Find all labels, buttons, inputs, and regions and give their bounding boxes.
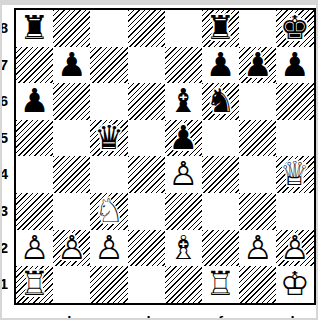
- square-g7[interactable]: ♟︎♟︎: [239, 47, 276, 84]
- square-b2[interactable]: ♟︎♙︎: [53, 230, 90, 267]
- square-g6[interactable]: [239, 83, 276, 120]
- white-rook[interactable]: ♖︎: [16, 266, 53, 303]
- square-h2[interactable]: ♟︎♙︎: [276, 230, 313, 267]
- square-g4[interactable]: [239, 156, 276, 193]
- black-king[interactable]: ♚︎: [276, 10, 313, 47]
- square-d7[interactable]: [128, 47, 165, 84]
- square-d4[interactable]: [128, 156, 165, 193]
- rank-label-1: 1: [0, 266, 10, 303]
- square-c4[interactable]: [90, 156, 127, 193]
- square-c1[interactable]: [90, 266, 127, 303]
- square-b7[interactable]: ♟︎♟︎: [53, 47, 90, 84]
- square-f1[interactable]: ♜︎♖︎: [202, 266, 239, 303]
- square-b4[interactable]: [53, 156, 90, 193]
- white-rook[interactable]: ♖︎: [202, 266, 239, 303]
- square-h8[interactable]: ♚︎♚︎: [276, 10, 313, 47]
- square-h1[interactable]: ♚︎♔︎: [276, 266, 313, 303]
- square-h7[interactable]: ♟︎♟︎: [276, 47, 313, 84]
- black-pawn[interactable]: ♟︎: [165, 120, 202, 157]
- white-pawn[interactable]: ♙︎: [276, 230, 313, 267]
- black-rook[interactable]: ♜︎: [202, 10, 239, 47]
- square-b3[interactable]: [53, 193, 90, 230]
- square-d5[interactable]: [128, 120, 165, 157]
- white-pawn[interactable]: ♙︎: [90, 230, 127, 267]
- square-a7[interactable]: [16, 47, 53, 84]
- square-g8[interactable]: [239, 10, 276, 47]
- square-b1[interactable]: [53, 266, 90, 303]
- square-h5[interactable]: [276, 120, 313, 157]
- rank-label-5: 5: [0, 120, 10, 157]
- white-pawn[interactable]: ♙︎: [165, 156, 202, 193]
- square-c7[interactable]: [90, 47, 127, 84]
- square-c3[interactable]: ♞︎♘︎: [90, 193, 127, 230]
- square-c8[interactable]: [90, 10, 127, 47]
- square-a3[interactable]: [16, 193, 53, 230]
- white-pawn[interactable]: ♙︎: [239, 230, 276, 267]
- square-g5[interactable]: [239, 120, 276, 157]
- black-pawn[interactable]: ♟︎: [276, 47, 313, 84]
- square-b8[interactable]: [53, 10, 90, 47]
- square-b6[interactable]: [53, 83, 90, 120]
- square-e7[interactable]: [165, 47, 202, 84]
- square-d6[interactable]: [128, 83, 165, 120]
- square-d2[interactable]: [128, 230, 165, 267]
- file-label-e: e: [165, 313, 202, 320]
- rank-label-3: 3: [0, 193, 10, 230]
- square-f6[interactable]: ♞︎♞︎: [202, 83, 239, 120]
- square-f4[interactable]: [202, 156, 239, 193]
- square-a1[interactable]: ♜︎♖︎: [16, 266, 53, 303]
- square-a5[interactable]: [16, 120, 53, 157]
- black-bishop[interactable]: ♝︎: [165, 83, 202, 120]
- black-knight[interactable]: ♞︎: [202, 83, 239, 120]
- square-e8[interactable]: [165, 10, 202, 47]
- black-rook[interactable]: ♜︎: [16, 10, 53, 47]
- square-e1[interactable]: [165, 266, 202, 303]
- square-d1[interactable]: [128, 266, 165, 303]
- black-pawn[interactable]: ♟︎: [239, 47, 276, 84]
- square-f8[interactable]: ♜︎♜︎: [202, 10, 239, 47]
- square-g3[interactable]: [239, 193, 276, 230]
- file-label-g: g: [239, 313, 276, 320]
- square-c6[interactable]: [90, 83, 127, 120]
- file-label-a: a: [16, 313, 53, 320]
- black-pawn[interactable]: ♟︎: [202, 47, 239, 84]
- square-e2[interactable]: ♝︎♗︎: [165, 230, 202, 267]
- square-d3[interactable]: [128, 193, 165, 230]
- square-f5[interactable]: [202, 120, 239, 157]
- square-a6[interactable]: ♟︎♟︎: [16, 83, 53, 120]
- white-knight[interactable]: ♘︎: [90, 193, 127, 230]
- square-b5[interactable]: [53, 120, 90, 157]
- square-e6[interactable]: ♝︎♝︎: [165, 83, 202, 120]
- file-label-c: c: [90, 313, 127, 320]
- square-c2[interactable]: ♟︎♙︎: [90, 230, 127, 267]
- chess-board: ♜︎♜︎♜︎♜︎♚︎♚︎♟︎♟︎♟︎♟︎♟︎♟︎♟︎♟︎♟︎♟︎♝︎♝︎♞︎♞︎…: [14, 8, 316, 305]
- black-pawn[interactable]: ♟︎: [16, 83, 53, 120]
- white-pawn[interactable]: ♙︎: [16, 230, 53, 267]
- square-a8[interactable]: ♜︎♜︎: [16, 10, 53, 47]
- file-label-d: d: [128, 313, 165, 320]
- square-d8[interactable]: [128, 10, 165, 47]
- file-label-b: b: [53, 313, 90, 320]
- rank-label-4: 4: [0, 156, 10, 193]
- square-c5[interactable]: ♛︎♛︎: [90, 120, 127, 157]
- rank-label-2: 2: [0, 230, 10, 267]
- white-bishop[interactable]: ♗︎: [165, 230, 202, 267]
- white-queen[interactable]: ♕︎: [276, 156, 313, 193]
- square-f2[interactable]: [202, 230, 239, 267]
- square-h4[interactable]: ♛︎♕︎: [276, 156, 313, 193]
- square-h3[interactable]: [276, 193, 313, 230]
- square-f3[interactable]: [202, 193, 239, 230]
- rank-label-7: 7: [0, 47, 10, 84]
- black-queen[interactable]: ♛︎: [90, 120, 127, 157]
- rank-label-8: 8: [0, 10, 10, 47]
- square-e5[interactable]: ♟︎♟︎: [165, 120, 202, 157]
- file-label-f: f: [202, 313, 239, 320]
- black-pawn[interactable]: ♟︎: [53, 47, 90, 84]
- square-a4[interactable]: [16, 156, 53, 193]
- white-pawn[interactable]: ♙︎: [53, 230, 90, 267]
- square-g1[interactable]: [239, 266, 276, 303]
- square-e3[interactable]: [165, 193, 202, 230]
- square-h6[interactable]: [276, 83, 313, 120]
- square-f7[interactable]: ♟︎♟︎: [202, 47, 239, 84]
- square-a2[interactable]: ♟︎♙︎: [16, 230, 53, 267]
- square-e4[interactable]: ♟︎♙︎: [165, 156, 202, 193]
- white-king[interactable]: ♔︎: [276, 266, 313, 303]
- rank-label-6: 6: [0, 83, 10, 120]
- file-label-h: h: [276, 313, 313, 320]
- square-g2[interactable]: ♟︎♙︎: [239, 230, 276, 267]
